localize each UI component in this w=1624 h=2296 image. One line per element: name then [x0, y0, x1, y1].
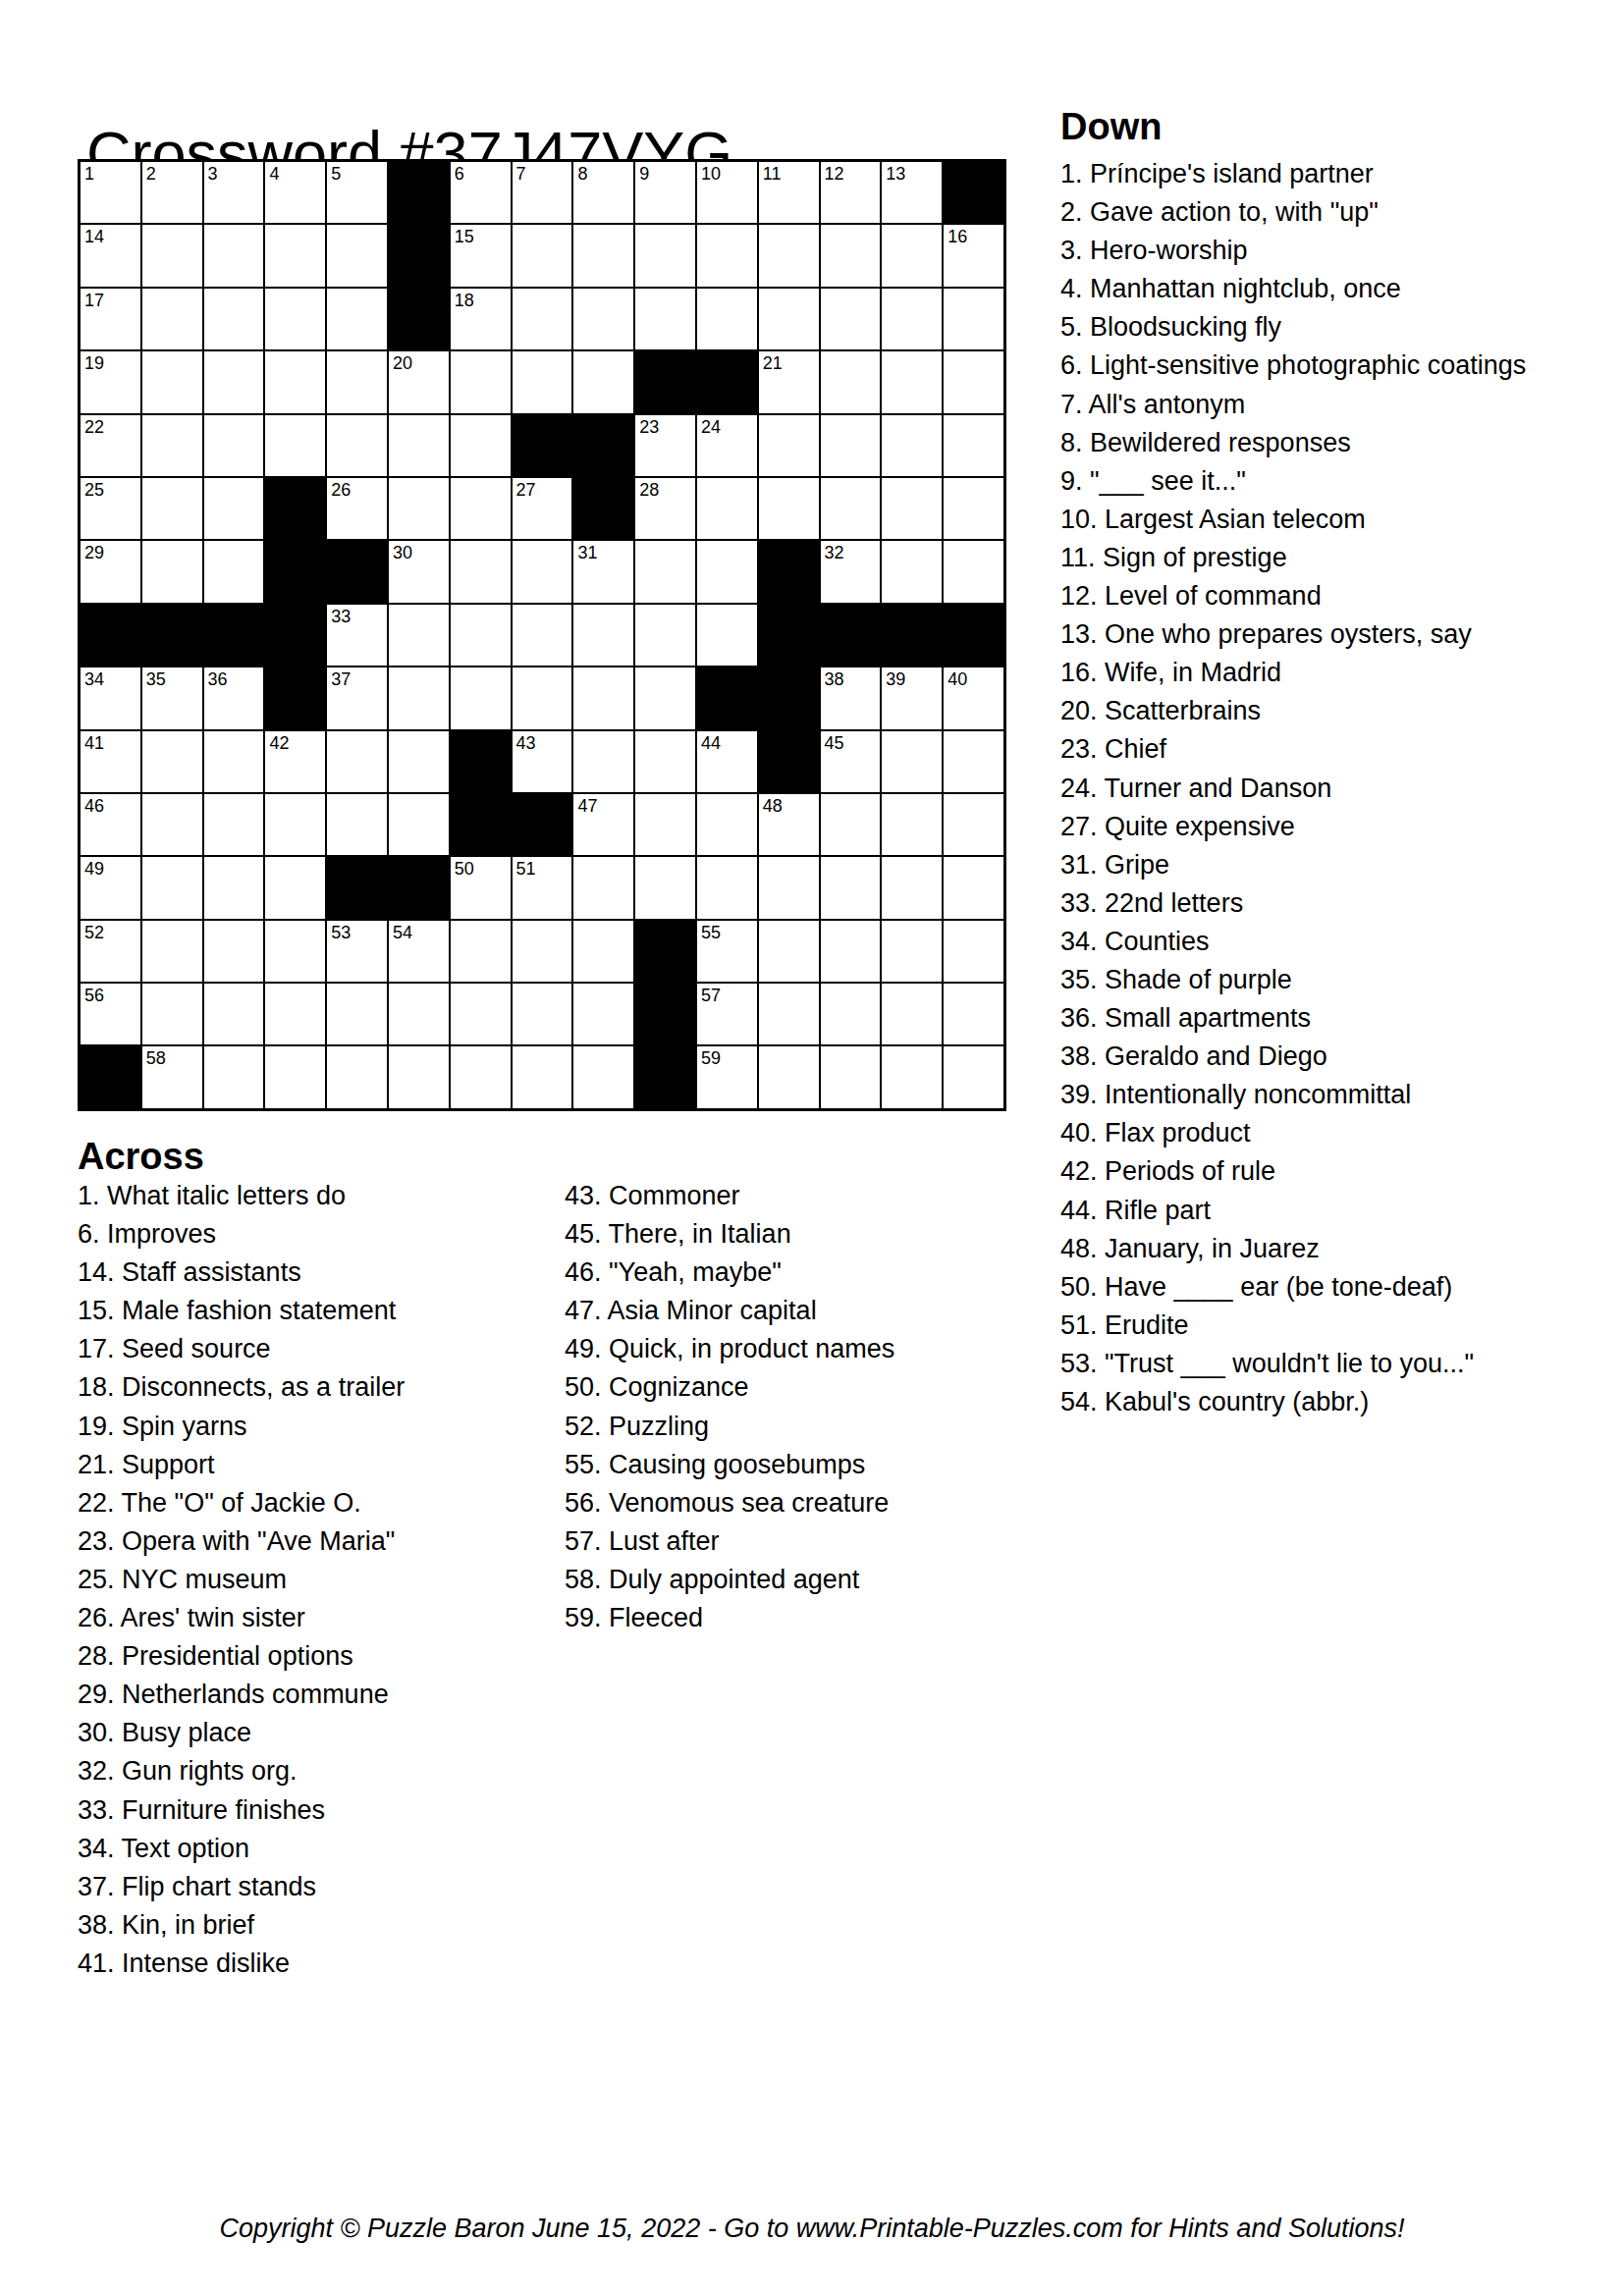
grid-cell[interactable]	[264, 1045, 326, 1108]
black-square	[388, 856, 450, 919]
grid-cell[interactable]	[881, 730, 943, 793]
grid-cell[interactable]	[326, 730, 388, 793]
grid-cell[interactable]	[943, 1045, 1004, 1108]
cell-number: 1	[84, 165, 94, 183]
cell-number: 22	[84, 418, 104, 436]
grid-cell[interactable]: 4	[264, 161, 326, 224]
grid-cell[interactable]	[450, 1045, 512, 1108]
grid-cell[interactable]	[572, 856, 634, 919]
grid-cell[interactable]	[264, 920, 326, 983]
grid-cell[interactable]	[943, 350, 1004, 413]
grid-cell[interactable]	[326, 224, 388, 287]
grid-cell[interactable]: 3	[203, 161, 265, 224]
clue-item: 43. Commoner	[565, 1177, 894, 1215]
grid-cell[interactable]	[141, 414, 203, 477]
grid-cell[interactable]	[820, 920, 882, 983]
grid-cell[interactable]: 56	[80, 983, 141, 1045]
grid-cell[interactable]: 45	[820, 730, 882, 793]
grid-cell[interactable]	[758, 856, 820, 919]
black-square	[820, 604, 882, 667]
cell-number: 58	[146, 1049, 166, 1067]
clue-item: 30. Busy place	[78, 1714, 405, 1752]
clue-item: 6. Improves	[78, 1215, 405, 1254]
grid-cell[interactable]	[758, 920, 820, 983]
clue-item: 21. Support	[78, 1446, 405, 1484]
cell-number: 39	[886, 670, 905, 688]
grid-cell[interactable]	[820, 350, 882, 413]
grid-cell[interactable]	[758, 414, 820, 477]
clue-item: 1. What italic letters do	[78, 1177, 405, 1215]
grid-cell[interactable]	[388, 730, 450, 793]
grid-cell[interactable]: 27	[512, 477, 573, 540]
clue-item: 40. Flax product	[1060, 1114, 1526, 1152]
clue-item: 58. Duly appointed agent	[565, 1561, 894, 1599]
grid-cell[interactable]: 31	[572, 540, 634, 603]
clue-item: 50. Have ____ ear (be tone-deaf)	[1060, 1268, 1526, 1307]
grid-cell[interactable]	[881, 350, 943, 413]
grid-cell[interactable]: 49	[80, 856, 141, 919]
cell-number: 35	[146, 670, 166, 688]
grid-cell[interactable]	[264, 414, 326, 477]
grid-cell[interactable]: 59	[696, 1045, 758, 1108]
grid-cell[interactable]	[696, 793, 758, 856]
grid-cell[interactable]	[634, 856, 696, 919]
grid-cell[interactable]: 21	[758, 350, 820, 413]
grid-cell[interactable]: 20	[388, 350, 450, 413]
grid-cell[interactable]	[696, 477, 758, 540]
grid-cell[interactable]: 40	[943, 667, 1004, 729]
clue-item: 6. Light-sensitive photographic coatings	[1060, 347, 1526, 385]
black-square	[758, 730, 820, 793]
grid-cell[interactable]: 43	[512, 730, 573, 793]
grid-cell[interactable]	[758, 983, 820, 1045]
grid-cell[interactable]: 34	[80, 667, 141, 729]
grid-cell[interactable]	[203, 983, 265, 1045]
grid-cell[interactable]	[512, 224, 573, 287]
grid-cell[interactable]	[141, 730, 203, 793]
grid-cell[interactable]	[572, 1045, 634, 1108]
cell-number: 9	[639, 165, 649, 183]
grid-cell[interactable]: 54	[388, 920, 450, 983]
grid-cell[interactable]: 2	[141, 161, 203, 224]
clue-item: 16. Wife, in Madrid	[1060, 654, 1526, 692]
black-square	[943, 604, 1004, 667]
grid-cell[interactable]	[141, 983, 203, 1045]
grid-cell[interactable]	[388, 983, 450, 1045]
cell-number: 7	[516, 165, 526, 183]
black-square	[264, 667, 326, 729]
black-square	[881, 604, 943, 667]
grid-cell[interactable]	[141, 856, 203, 919]
grid-cell[interactable]	[572, 730, 634, 793]
clue-item: 13. One who prepares oysters, say	[1060, 615, 1526, 654]
grid-cell[interactable]	[572, 350, 634, 413]
grid-cell[interactable]	[450, 350, 512, 413]
cell-number: 38	[825, 670, 844, 688]
cell-number: 26	[331, 481, 351, 499]
clue-item: 44. Rifle part	[1060, 1192, 1526, 1230]
clue-item: 45. There, in Italian	[565, 1215, 894, 1254]
cell-number: 29	[84, 544, 104, 561]
grid-cell[interactable]	[572, 983, 634, 1045]
clue-item: 53. "Trust ___ wouldn't lie to you..."	[1060, 1345, 1526, 1383]
cell-number: 40	[947, 670, 967, 688]
grid-cell[interactable]	[512, 604, 573, 667]
crossword-grid[interactable]: 1234567891011121314151617181920212223242…	[78, 159, 1006, 1111]
grid-cell[interactable]	[572, 667, 634, 729]
grid-cell[interactable]	[820, 856, 882, 919]
grid-cell[interactable]	[450, 604, 512, 667]
grid-cell[interactable]: 5	[326, 161, 388, 224]
cell-number: 49	[84, 860, 104, 878]
grid-cell[interactable]	[203, 350, 265, 413]
grid-cell[interactable]: 41	[80, 730, 141, 793]
grid-cell[interactable]: 16	[943, 224, 1004, 287]
grid-cell[interactable]	[203, 920, 265, 983]
clue-item: 52. Puzzling	[565, 1408, 894, 1446]
down-heading: Down	[1060, 108, 1162, 145]
grid-cell[interactable]: 55	[696, 920, 758, 983]
grid-cell[interactable]: 42	[264, 730, 326, 793]
clue-item: 23. Chief	[1060, 730, 1526, 769]
grid-cell[interactable]: 19	[80, 350, 141, 413]
grid-cell[interactable]: 53	[326, 920, 388, 983]
clue-item: 11. Sign of prestige	[1060, 539, 1526, 577]
grid-cell[interactable]	[264, 793, 326, 856]
grid-cell[interactable]	[326, 350, 388, 413]
grid-cell[interactable]	[943, 414, 1004, 477]
grid-cell[interactable]	[820, 477, 882, 540]
grid-cell[interactable]	[634, 540, 696, 603]
grid-cell[interactable]	[943, 540, 1004, 603]
grid-cell[interactable]	[696, 288, 758, 350]
clue-item: 15. Male fashion statement	[78, 1292, 405, 1330]
grid-cell[interactable]	[203, 288, 265, 350]
grid-cell[interactable]	[943, 920, 1004, 983]
grid-cell[interactable]	[943, 730, 1004, 793]
grid-cell[interactable]	[512, 540, 573, 603]
grid-cell[interactable]	[881, 477, 943, 540]
clue-item: 50. Cognizance	[565, 1368, 894, 1407]
grid-cell[interactable]	[943, 288, 1004, 350]
grid-cell[interactable]	[141, 224, 203, 287]
grid-cell[interactable]	[572, 604, 634, 667]
grid-cell[interactable]: 52	[80, 920, 141, 983]
black-square	[943, 161, 1004, 224]
black-square	[388, 288, 450, 350]
grid-cell[interactable]	[264, 350, 326, 413]
clue-item: 42. Periods of rule	[1060, 1152, 1526, 1191]
grid-cell[interactable]	[820, 288, 882, 350]
grid-cell[interactable]	[388, 414, 450, 477]
grid-cell[interactable]	[634, 667, 696, 729]
black-square	[758, 540, 820, 603]
grid-cell[interactable]	[881, 983, 943, 1045]
grid-cell[interactable]	[634, 793, 696, 856]
clue-item: 41. Intense dislike	[78, 1945, 405, 1983]
grid-cell[interactable]	[634, 288, 696, 350]
grid-cell[interactable]	[326, 793, 388, 856]
grid-cell[interactable]	[512, 983, 573, 1045]
clue-item: 32. Gun rights org.	[78, 1752, 405, 1790]
grid-cell[interactable]	[203, 414, 265, 477]
grid-cell[interactable]: 48	[758, 793, 820, 856]
clue-item: 17. Seed source	[78, 1330, 405, 1368]
cell-number: 28	[639, 481, 659, 499]
grid-cell[interactable]	[141, 793, 203, 856]
grid-cell[interactable]	[881, 414, 943, 477]
grid-cell[interactable]: 35	[141, 667, 203, 729]
grid-cell[interactable]	[388, 793, 450, 856]
cell-number: 30	[393, 544, 412, 561]
clue-item: 39. Intentionally noncommittal	[1060, 1076, 1526, 1114]
grid-cell[interactable]: 6	[450, 161, 512, 224]
grid-cell[interactable]	[388, 604, 450, 667]
grid-cell[interactable]: 26	[326, 477, 388, 540]
grid-cell[interactable]	[758, 1045, 820, 1108]
grid-cell[interactable]: 22	[80, 414, 141, 477]
grid-cell[interactable]	[758, 288, 820, 350]
grid-cell[interactable]	[203, 540, 265, 603]
grid-cell[interactable]: 30	[388, 540, 450, 603]
grid-cell[interactable]	[572, 288, 634, 350]
cell-number: 53	[331, 924, 351, 941]
grid-cell[interactable]: 12	[820, 161, 882, 224]
grid-cell[interactable]	[881, 793, 943, 856]
clue-item: 27. Quite expensive	[1060, 808, 1526, 846]
grid-cell[interactable]	[572, 920, 634, 983]
cell-number: 45	[825, 734, 844, 752]
grid-cell[interactable]	[820, 983, 882, 1045]
cell-number: 54	[393, 924, 412, 941]
grid-cell[interactable]	[450, 540, 512, 603]
cell-number: 48	[763, 797, 783, 815]
cell-number: 3	[208, 165, 218, 183]
clue-item: 36. Small apartments	[1060, 999, 1526, 1038]
grid-cell[interactable]	[512, 350, 573, 413]
grid-cell[interactable]	[141, 350, 203, 413]
black-square	[696, 350, 758, 413]
black-square	[634, 350, 696, 413]
grid-cell[interactable]	[512, 1045, 573, 1108]
grid-cell[interactable]	[943, 983, 1004, 1045]
clue-item: 4. Manhattan nightclub, once	[1060, 270, 1526, 308]
grid-cell[interactable]: 47	[572, 793, 634, 856]
clue-item: 12. Level of command	[1060, 577, 1526, 615]
grid-cell[interactable]	[881, 856, 943, 919]
clue-item: 26. Ares' twin sister	[78, 1599, 405, 1637]
grid-cell[interactable]	[881, 224, 943, 287]
black-square	[634, 983, 696, 1045]
grid-cell[interactable]: 1	[80, 161, 141, 224]
clue-item: 29. Netherlands commune	[78, 1676, 405, 1714]
cell-number: 51	[516, 860, 536, 878]
clue-item: 19. Spin yarns	[78, 1408, 405, 1446]
grid-cell[interactable]	[141, 920, 203, 983]
grid-cell[interactable]	[820, 1045, 882, 1108]
cell-number: 20	[393, 354, 412, 372]
grid-cell[interactable]: 58	[141, 1045, 203, 1108]
grid-cell[interactable]	[326, 983, 388, 1045]
grid-cell[interactable]: 32	[820, 540, 882, 603]
grid-cell[interactable]: 50	[450, 856, 512, 919]
cell-number: 25	[84, 481, 104, 499]
grid-cell[interactable]	[264, 288, 326, 350]
black-square	[80, 1045, 141, 1108]
grid-cell[interactable]	[758, 477, 820, 540]
black-square	[572, 414, 634, 477]
grid-cell[interactable]	[634, 604, 696, 667]
grid-cell[interactable]	[141, 540, 203, 603]
grid-cell[interactable]: 18	[450, 288, 512, 350]
grid-cell[interactable]: 38	[820, 667, 882, 729]
black-square	[264, 604, 326, 667]
grid-cell[interactable]	[326, 288, 388, 350]
grid-cell[interactable]: 25	[80, 477, 141, 540]
cell-number: 46	[84, 797, 104, 815]
clue-item: 47. Asia Minor capital	[565, 1292, 894, 1330]
grid-cell[interactable]: 7	[512, 161, 573, 224]
black-square	[141, 604, 203, 667]
clue-item: 51. Erudite	[1060, 1307, 1526, 1345]
grid-cell[interactable]: 13	[881, 161, 943, 224]
clue-item: 37. Flip chart stands	[78, 1868, 405, 1906]
across-clue-list-column-1: 1. What italic letters do6. Improves14. …	[78, 1177, 405, 1983]
clue-item: 46. "Yeah, maybe"	[565, 1254, 894, 1292]
grid-cell[interactable]	[820, 793, 882, 856]
cell-number: 41	[84, 734, 104, 752]
grid-cell[interactable]	[512, 920, 573, 983]
cell-number: 5	[331, 165, 341, 183]
grid-cell[interactable]	[758, 224, 820, 287]
clue-item: 10. Largest Asian telecom	[1060, 501, 1526, 539]
grid-cell[interactable]	[696, 604, 758, 667]
cell-number: 11	[763, 165, 782, 183]
grid-cell[interactable]	[388, 667, 450, 729]
grid-cell[interactable]	[943, 477, 1004, 540]
black-square	[388, 161, 450, 224]
grid-cell[interactable]	[881, 920, 943, 983]
grid-cell[interactable]	[820, 414, 882, 477]
clue-item: 1. Príncipe's island partner	[1060, 155, 1526, 193]
cell-number: 50	[455, 860, 474, 878]
grid-cell[interactable]	[203, 224, 265, 287]
grid-cell[interactable]: 8	[572, 161, 634, 224]
grid-cell[interactable]: 39	[881, 667, 943, 729]
cell-number: 8	[577, 165, 587, 183]
cell-number: 12	[825, 165, 844, 183]
grid-cell[interactable]	[943, 793, 1004, 856]
cell-number: 27	[516, 481, 536, 499]
grid-cell[interactable]	[881, 288, 943, 350]
clue-item: 33. Furniture finishes	[78, 1791, 405, 1830]
clue-item: 3. Hero-worship	[1060, 232, 1526, 270]
grid-cell[interactable]	[450, 667, 512, 729]
grid-cell[interactable]: 37	[326, 667, 388, 729]
grid-cell[interactable]	[450, 920, 512, 983]
grid-cell[interactable]	[450, 414, 512, 477]
black-square	[634, 1045, 696, 1108]
grid-cell[interactable]	[450, 983, 512, 1045]
grid-cell[interactable]	[696, 540, 758, 603]
grid-cell[interactable]: 57	[696, 983, 758, 1045]
black-square	[634, 920, 696, 983]
grid-cell[interactable]	[326, 414, 388, 477]
grid-cell[interactable]	[203, 793, 265, 856]
grid-cell[interactable]	[881, 540, 943, 603]
grid-cell[interactable]	[696, 224, 758, 287]
grid-cell[interactable]	[512, 667, 573, 729]
grid-cell[interactable]: 28	[634, 477, 696, 540]
grid-cell[interactable]	[450, 477, 512, 540]
cell-number: 37	[331, 670, 351, 688]
black-square	[758, 667, 820, 729]
grid-cell[interactable]	[203, 730, 265, 793]
cell-number: 55	[701, 924, 721, 941]
grid-cell[interactable]	[388, 1045, 450, 1108]
grid-cell[interactable]	[696, 856, 758, 919]
down-clue-list: 1. Príncipe's island partner2. Gave acti…	[1060, 155, 1526, 1421]
clue-item: 34. Text option	[78, 1830, 405, 1868]
grid-cell[interactable]	[820, 224, 882, 287]
clue-item: 9. "___ see it..."	[1060, 462, 1526, 501]
grid-cell[interactable]	[264, 224, 326, 287]
clue-item: 35. Shade of purple	[1060, 961, 1526, 999]
clue-item: 7. All's antonym	[1060, 386, 1526, 424]
grid-cell[interactable]: 46	[80, 793, 141, 856]
grid-cell[interactable]	[264, 983, 326, 1045]
grid-cell[interactable]	[572, 224, 634, 287]
grid-cell[interactable]	[203, 1045, 265, 1108]
grid-cell[interactable]: 51	[512, 856, 573, 919]
cell-number: 10	[701, 165, 721, 183]
grid-cell[interactable]	[943, 856, 1004, 919]
black-square	[264, 477, 326, 540]
grid-cell[interactable]	[203, 477, 265, 540]
clue-item: 38. Kin, in brief	[78, 1906, 405, 1945]
grid-cell[interactable]: 17	[80, 288, 141, 350]
black-square	[264, 540, 326, 603]
grid-cell[interactable]: 9	[634, 161, 696, 224]
clue-item: 28. Presidential options	[78, 1637, 405, 1676]
grid-cell[interactable]: 10	[696, 161, 758, 224]
grid-cell[interactable]: 14	[80, 224, 141, 287]
across-heading: Across	[78, 1138, 204, 1175]
grid-cell[interactable]	[203, 856, 265, 919]
grid-cell[interactable]: 11	[758, 161, 820, 224]
grid-cell[interactable]	[881, 1045, 943, 1108]
grid-cell[interactable]	[634, 224, 696, 287]
grid-cell[interactable]: 44	[696, 730, 758, 793]
grid-cell[interactable]: 24	[696, 414, 758, 477]
grid-cell[interactable]	[388, 477, 450, 540]
grid-cell[interactable]	[264, 856, 326, 919]
cell-number: 16	[947, 228, 967, 245]
grid-cell[interactable]: 33	[326, 604, 388, 667]
grid-cell[interactable]	[634, 730, 696, 793]
grid-cell[interactable]: 29	[80, 540, 141, 603]
clue-item: 38. Geraldo and Diego	[1060, 1038, 1526, 1076]
grid-cell[interactable]: 23	[634, 414, 696, 477]
grid-cell[interactable]	[141, 477, 203, 540]
cell-number: 14	[84, 228, 104, 245]
grid-cell[interactable]	[512, 288, 573, 350]
grid-cell[interactable]	[141, 288, 203, 350]
clue-item: 5. Bloodsucking fly	[1060, 308, 1526, 347]
grid-cell[interactable]: 36	[203, 667, 265, 729]
grid-cell[interactable]	[326, 1045, 388, 1108]
grid-cell[interactable]: 15	[450, 224, 512, 287]
